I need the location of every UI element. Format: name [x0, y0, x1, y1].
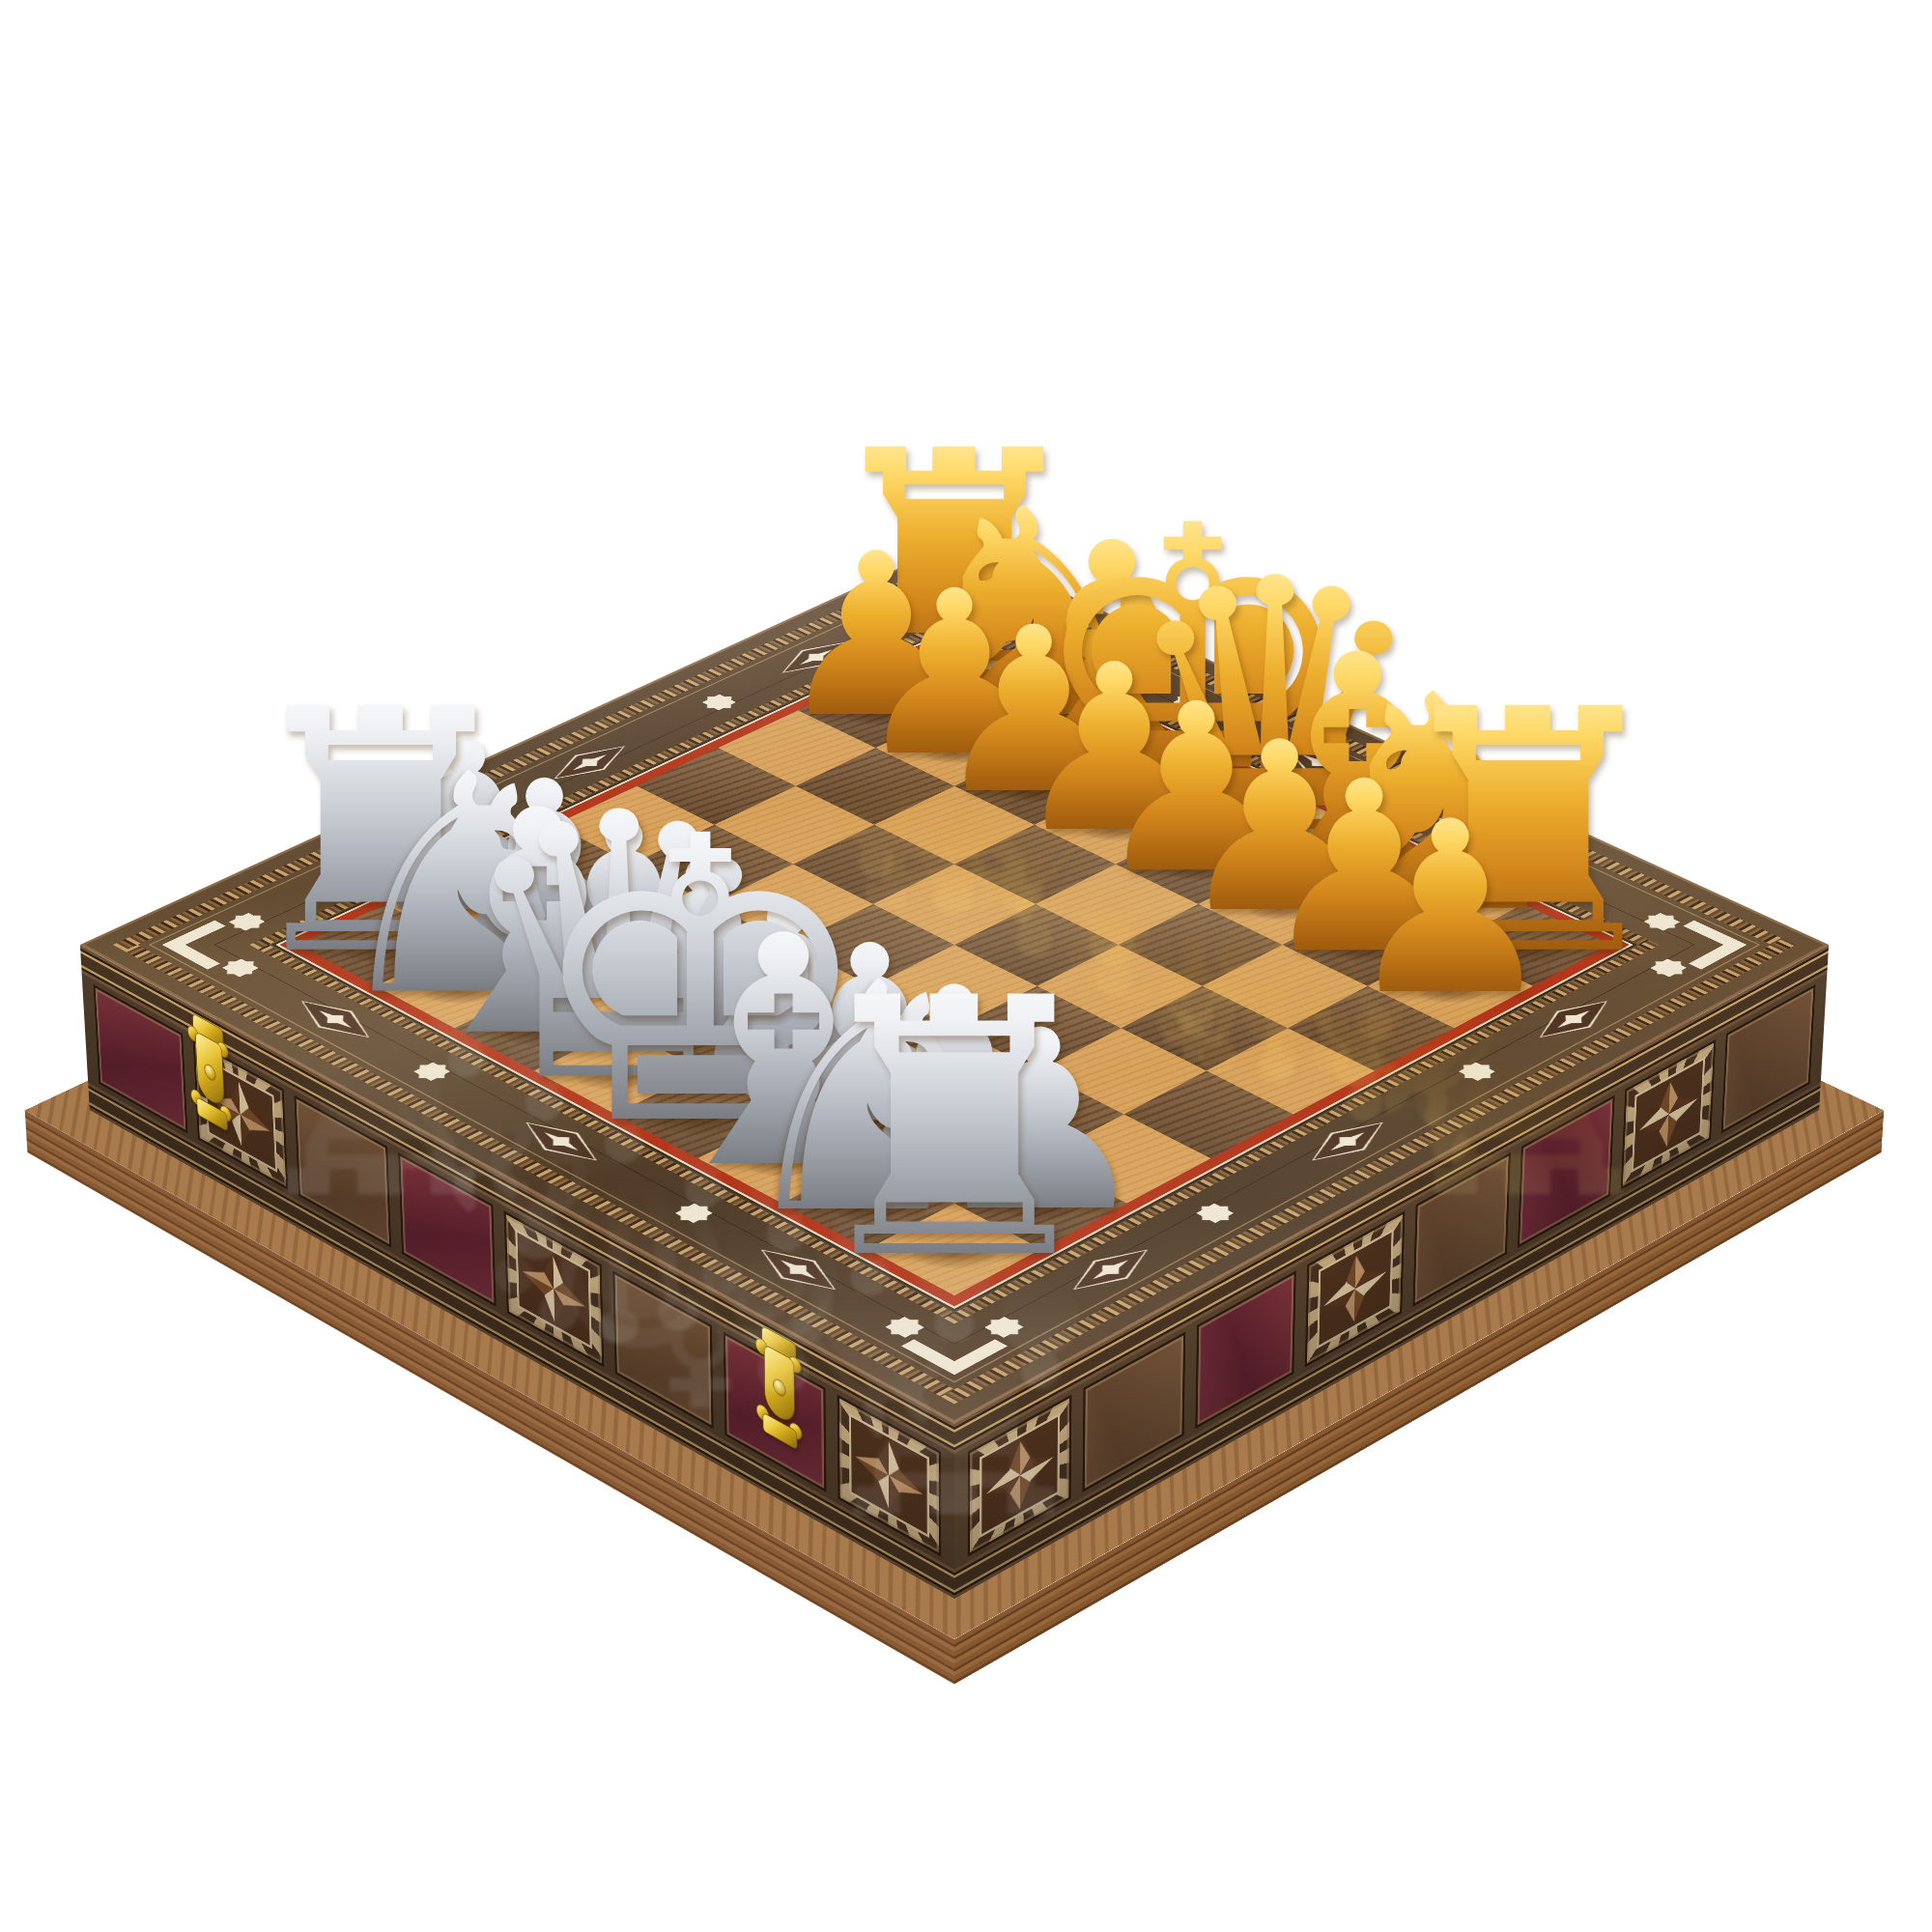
piece-anchor — [1157, 845, 1236, 884]
square-h5 — [1207, 1028, 1375, 1114]
piece-anchor — [427, 885, 505, 923]
square-g5 — [1122, 986, 1289, 1071]
square-f4 — [954, 986, 1122, 1071]
piece-anchor — [578, 1050, 659, 1092]
square-e3 — [787, 986, 954, 1071]
square-f1 — [698, 1114, 869, 1203]
piece-anchor — [917, 656, 992, 692]
square-h7 — [1368, 945, 1533, 1028]
square-h1 — [867, 1204, 1041, 1295]
square-g3 — [954, 1070, 1123, 1158]
square-d3 — [706, 945, 871, 1028]
diamond-inlay-icon — [1295, 1114, 1401, 1169]
piece-anchor — [742, 1137, 825, 1180]
piece-anchor — [583, 966, 664, 1007]
piece-anchor — [829, 1094, 911, 1136]
square-c1 — [454, 986, 621, 1071]
piece-anchor — [1074, 729, 1151, 766]
piece-anchor — [827, 1181, 910, 1225]
diamond-inlay-icon — [509, 1114, 614, 1169]
square-h6 — [1288, 986, 1455, 1071]
piece-anchor — [913, 1137, 996, 1180]
piece-anchor — [418, 966, 498, 1007]
star-inlay-icon — [401, 1056, 463, 1088]
corner-mark — [901, 1318, 1008, 1375]
piece-anchor — [1154, 768, 1231, 805]
square-e2 — [702, 1028, 870, 1114]
star-inlay-icon — [211, 952, 271, 982]
square-h4 — [1123, 1070, 1293, 1158]
piece-anchor — [913, 1227, 997, 1271]
piece-anchor — [497, 1008, 578, 1048]
piece-anchor — [1240, 885, 1319, 923]
star-inlay-icon — [1638, 952, 1699, 982]
piece-anchor — [1324, 925, 1404, 965]
square-c2 — [541, 945, 706, 1028]
piece-anchor — [838, 693, 914, 728]
star-inlay-icon — [972, 1310, 1037, 1345]
piece-anchor — [995, 768, 1071, 805]
piece-anchor — [1319, 845, 1397, 884]
square-g4 — [1038, 1028, 1207, 1114]
piece-anchor — [1489, 925, 1568, 965]
piece-anchor — [995, 693, 1070, 728]
square-e4 — [871, 945, 1037, 1028]
diamond-inlay-icon — [1522, 993, 1624, 1046]
piece-anchor — [505, 925, 584, 965]
star-inlay-icon — [1446, 1056, 1508, 1088]
square-g2 — [869, 1114, 1040, 1203]
square-b1 — [376, 945, 541, 1028]
square-f3 — [870, 1028, 1038, 1114]
piece-anchor — [999, 1181, 1082, 1225]
diamond-inlay-icon — [285, 993, 386, 1046]
diamond-inlay-icon — [744, 1240, 852, 1298]
piece-anchor — [1410, 966, 1491, 1007]
square-h3 — [1039, 1114, 1210, 1203]
piece-anchor — [665, 1008, 745, 1048]
square-f2 — [785, 1070, 954, 1158]
square-d2 — [621, 986, 788, 1071]
product-photo-scene: ♜♜♞♞♝♝♚♚♛♛♝♝♞♞♜♜♟♟♟♟♟♟♟♟♟♟♟♟♟♟♟♟♟♟♟♟♟♟♟♟… — [0, 0, 1932, 1932]
square-g1 — [782, 1158, 954, 1249]
piece-anchor — [1076, 806, 1153, 843]
square-d1 — [534, 1028, 702, 1114]
square-f5 — [1037, 945, 1203, 1028]
square-g6 — [1203, 945, 1368, 1028]
star-inlay-icon — [663, 1197, 726, 1231]
piece-anchor — [917, 729, 993, 766]
square-h2 — [954, 1158, 1126, 1249]
piece-anchor — [746, 1050, 827, 1092]
piece-anchor — [1236, 806, 1313, 843]
star-inlay-icon — [1183, 1197, 1247, 1231]
square-e1 — [615, 1070, 784, 1158]
piece-anchor — [341, 925, 420, 965]
piece-anchor — [1403, 885, 1481, 923]
piece-anchor — [659, 1094, 741, 1136]
diamond-inlay-icon — [1056, 1240, 1164, 1298]
star-inlay-icon — [872, 1310, 937, 1345]
